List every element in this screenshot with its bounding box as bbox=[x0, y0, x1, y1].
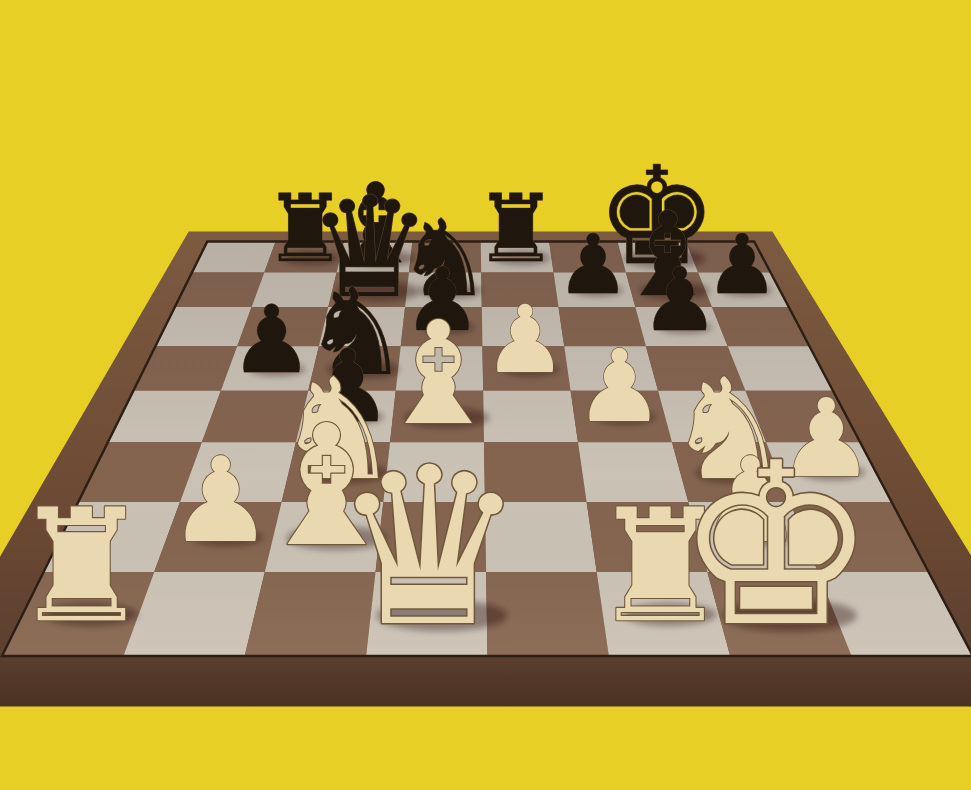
chess-board-3d: ♜♝♜♚♛♞♟♝♟♟♟♟♞♟♟♝♟♞♞♟♟♝♟♜♛♜♚ bbox=[0, 0, 971, 790]
white-king-g1[interactable]: ♚ bbox=[676, 415, 877, 676]
white-pawn-f4[interactable]: ♟ bbox=[575, 328, 665, 445]
white-rook-a1[interactable]: ♜ bbox=[12, 475, 152, 657]
white-queen-d1[interactable]: ♛ bbox=[331, 421, 526, 674]
chess-app-scene: ♜♝♜♚♛♞♟♝♟♟♟♟♞♟♟♝♟♞♞♟♟♝♟♜♛♜♚ bbox=[0, 0, 971, 790]
